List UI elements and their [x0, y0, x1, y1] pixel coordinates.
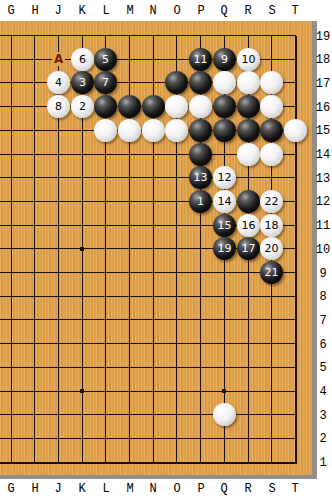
- move-number: 17: [242, 243, 256, 254]
- star-point-K4: [80, 389, 84, 393]
- move-number: 5: [102, 54, 109, 65]
- bottom-column-label-M: M: [121, 483, 139, 495]
- right-row-label-7: 7: [314, 315, 332, 327]
- move-number: 10: [242, 54, 256, 65]
- stone-R14[interactable]: [237, 143, 260, 166]
- stone-N16[interactable]: [142, 95, 165, 118]
- right-row-label-13: 13: [314, 173, 332, 185]
- stone-K17[interactable]: 3: [71, 71, 94, 94]
- stone-Q3[interactable]: [213, 403, 236, 426]
- stone-L18[interactable]: 5: [94, 48, 117, 71]
- grid-hline-19: [0, 35, 296, 36]
- right-row-label-16: 16: [314, 102, 332, 114]
- stone-R17[interactable]: [237, 71, 260, 94]
- bottom-column-label-K: K: [73, 483, 91, 495]
- stone-N15[interactable]: [142, 119, 165, 142]
- right-row-label-5: 5: [314, 362, 332, 374]
- bottom-column-label-O: O: [168, 483, 186, 495]
- stone-R11[interactable]: 16: [237, 214, 260, 237]
- stone-T15[interactable]: [284, 119, 307, 142]
- top-column-label-L: L: [97, 5, 115, 17]
- star-point-Q4: [222, 389, 226, 393]
- bottom-column-label-H: H: [26, 483, 44, 495]
- stone-Q13[interactable]: 12: [213, 166, 236, 189]
- stone-P15[interactable]: [189, 119, 212, 142]
- stone-Q10[interactable]: 19: [213, 237, 236, 260]
- stone-K18[interactable]: 6: [71, 48, 94, 71]
- bottom-column-label-S: S: [263, 483, 281, 495]
- grid-hline-7: [0, 319, 296, 320]
- top-column-label-K: K: [73, 5, 91, 17]
- top-column-label-M: M: [121, 5, 139, 17]
- right-row-label-12: 12: [314, 196, 332, 208]
- stone-L17[interactable]: 7: [94, 71, 117, 94]
- stone-M16[interactable]: [118, 95, 141, 118]
- move-number: 9: [221, 54, 228, 65]
- stone-S12[interactable]: 22: [260, 190, 283, 213]
- move-number: 20: [265, 243, 279, 254]
- stone-O15[interactable]: [165, 119, 188, 142]
- stone-S10[interactable]: 20: [260, 237, 283, 260]
- grid-hline-6: [0, 343, 296, 344]
- top-column-label-J: J: [49, 5, 67, 17]
- grid-hline-3: [0, 414, 296, 415]
- right-row-label-17: 17: [314, 78, 332, 90]
- stone-L16[interactable]: [94, 95, 117, 118]
- grid-hline-9: [0, 272, 296, 273]
- stone-Q16[interactable]: [213, 95, 236, 118]
- grid-vline-H: [34, 36, 35, 464]
- stone-P14[interactable]: [189, 143, 212, 166]
- grid-vline-G: [11, 36, 12, 464]
- move-number: 3: [79, 77, 86, 88]
- stone-P16[interactable]: [189, 95, 212, 118]
- stone-Q15[interactable]: [213, 119, 236, 142]
- stone-K16[interactable]: 2: [71, 95, 94, 118]
- stone-S9[interactable]: 21: [260, 261, 283, 284]
- bottom-column-label-Q: Q: [215, 483, 233, 495]
- move-number: 13: [194, 172, 208, 183]
- move-number: 14: [218, 196, 232, 207]
- move-number: 1: [197, 196, 204, 207]
- stone-L15[interactable]: [94, 119, 117, 142]
- go-diagram: A65119104378213121142215161819172021GGHH…: [0, 0, 332, 500]
- grid-hline-8: [0, 296, 296, 297]
- right-row-label-18: 18: [314, 54, 332, 66]
- right-row-label-19: 19: [314, 31, 332, 43]
- stone-S17[interactable]: [260, 71, 283, 94]
- stone-R10[interactable]: 17: [237, 237, 260, 260]
- bottom-column-label-P: P: [192, 483, 210, 495]
- stone-Q18[interactable]: 9: [213, 48, 236, 71]
- bottom-column-label-L: L: [97, 483, 115, 495]
- board-bottom-shadow: [0, 475, 317, 479]
- move-number: 21: [265, 267, 279, 278]
- stone-S16[interactable]: [260, 95, 283, 118]
- move-number: 18: [265, 220, 279, 231]
- stone-O16[interactable]: [165, 95, 188, 118]
- stone-J17[interactable]: 4: [47, 71, 70, 94]
- bottom-column-label-R: R: [239, 483, 257, 495]
- move-number: 8: [55, 101, 62, 112]
- stone-P18[interactable]: 11: [189, 48, 212, 71]
- right-row-label-11: 11: [314, 220, 332, 232]
- stone-P13[interactable]: 13: [189, 166, 212, 189]
- stone-Q11[interactable]: 15: [213, 214, 236, 237]
- right-row-label-14: 14: [314, 149, 332, 161]
- stone-P17[interactable]: [189, 71, 212, 94]
- move-number: 11: [194, 54, 208, 65]
- grid-hline-13: [0, 177, 296, 178]
- bottom-column-label-G: G: [2, 483, 20, 495]
- stone-S11[interactable]: 18: [260, 214, 283, 237]
- top-column-label-N: N: [144, 5, 162, 17]
- top-column-label-O: O: [168, 5, 186, 17]
- move-number: 16: [242, 220, 256, 231]
- star-point-K10: [80, 247, 84, 251]
- stone-S14[interactable]: [260, 143, 283, 166]
- top-column-label-P: P: [192, 5, 210, 17]
- stone-S15[interactable]: [260, 119, 283, 142]
- move-number: 12: [218, 172, 232, 183]
- top-column-label-T: T: [286, 5, 304, 17]
- right-row-label-9: 9: [314, 268, 332, 280]
- stone-Q17[interactable]: [213, 71, 236, 94]
- right-row-label-4: 4: [314, 386, 332, 398]
- stone-O17[interactable]: [165, 71, 188, 94]
- stone-J16[interactable]: 8: [47, 95, 70, 118]
- move-number: 22: [265, 196, 279, 207]
- right-row-label-8: 8: [314, 291, 332, 303]
- top-column-label-S: S: [263, 5, 281, 17]
- right-row-label-15: 15: [314, 125, 332, 137]
- move-number: 2: [79, 101, 86, 112]
- grid-hline-2: [0, 438, 296, 439]
- right-row-label-1: 1: [314, 457, 332, 469]
- bottom-column-label-J: J: [49, 483, 67, 495]
- top-column-label-G: G: [2, 5, 20, 17]
- stone-Q12[interactable]: 14: [213, 190, 236, 213]
- move-number: 4: [55, 77, 62, 88]
- right-row-label-2: 2: [314, 433, 332, 445]
- move-number: 6: [79, 54, 86, 65]
- marker-label-A: A: [52, 52, 65, 66]
- top-column-label-Q: Q: [215, 5, 233, 17]
- stone-R18[interactable]: 10: [237, 48, 260, 71]
- grid-hline-4: [0, 391, 296, 392]
- move-number: 7: [102, 77, 109, 88]
- right-row-label-10: 10: [314, 244, 332, 256]
- stone-R15[interactable]: [237, 119, 260, 142]
- grid-vline-T: [295, 36, 297, 464]
- move-number: 19: [218, 243, 232, 254]
- grid-hline-1: [0, 462, 296, 464]
- right-row-label-6: 6: [314, 339, 332, 351]
- bottom-column-label-N: N: [144, 483, 162, 495]
- stone-P12[interactable]: 1: [189, 190, 212, 213]
- right-row-label-3: 3: [314, 410, 332, 422]
- bottom-column-label-T: T: [286, 483, 304, 495]
- grid-hline-5: [0, 367, 296, 368]
- top-column-label-H: H: [26, 5, 44, 17]
- move-number: 15: [218, 220, 232, 231]
- stone-R16[interactable]: [237, 95, 260, 118]
- stone-R12[interactable]: [237, 190, 260, 213]
- top-column-label-R: R: [239, 5, 257, 17]
- stone-M15[interactable]: [118, 119, 141, 142]
